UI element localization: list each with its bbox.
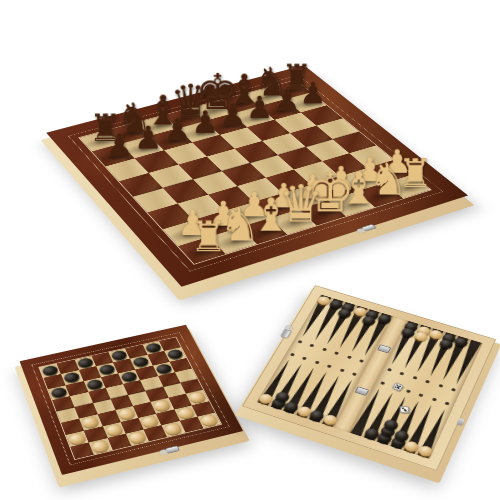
chess-square <box>119 173 163 197</box>
chess-board: ♜♞♝♛♚♝♞♜♟♟♟♟♟♟♟♟♟♟♟♟♟♟♟♟♜♞♝♛♚♝♞♜ <box>46 65 468 287</box>
chess-piece-rook: ♜ <box>190 216 228 258</box>
backgammon-checker-black <box>380 425 397 439</box>
point-marker-dot <box>297 340 302 344</box>
backgammon-checker-tan <box>257 393 274 406</box>
point-marker-dot <box>327 364 332 368</box>
point-marker-dot <box>302 357 307 361</box>
die-pip <box>397 386 400 388</box>
backgammon-board <box>242 285 496 471</box>
backgammon-clasp-icon <box>280 329 292 339</box>
backgammon-checker-black <box>390 436 407 450</box>
checkers-square <box>97 410 120 426</box>
point-marker-dot <box>438 384 443 388</box>
checkers-square <box>48 385 70 400</box>
backgammon-checker-tan <box>403 440 420 454</box>
point-marker-dot <box>352 372 357 376</box>
chess-square: ♜ <box>178 237 226 264</box>
backgammon-point <box>309 374 344 423</box>
chess-piece-pawn: ♟ <box>163 114 191 145</box>
point-marker-dot <box>290 353 295 357</box>
backgammon-point <box>322 378 357 427</box>
chess-piece-pawn: ♟ <box>219 99 247 130</box>
chess-board-frame: ♜♞♝♛♚♝♞♜♟♟♟♟♟♟♟♟♟♟♟♟♟♟♟♟♜♞♝♛♚♝♞♜ <box>46 65 468 287</box>
die-pip <box>394 386 397 388</box>
chess-square <box>206 149 250 172</box>
point-marker-dot <box>432 397 437 401</box>
point-marker-dot <box>309 344 314 348</box>
backgammon-point <box>417 407 450 458</box>
hinge-plate-icon <box>377 344 391 353</box>
die-pip <box>399 385 402 387</box>
checkers-square <box>120 418 143 434</box>
checker-black <box>120 371 138 383</box>
backgammon-checker-black <box>283 401 300 414</box>
backgammon-point <box>377 395 411 445</box>
die-pip <box>405 410 407 412</box>
checkers-square <box>197 412 221 428</box>
point-marker-dot <box>359 359 364 363</box>
backgammon-checker-black <box>383 418 400 431</box>
chess-piece-pawn: ♟ <box>105 129 134 161</box>
die-pip <box>396 384 399 386</box>
point-marker-dot <box>399 372 404 376</box>
point-marker-dot <box>445 402 450 406</box>
point-marker-dot <box>314 360 319 364</box>
backgammon-point <box>296 370 332 418</box>
point-marker-dot <box>451 388 456 392</box>
die-icon <box>392 382 405 391</box>
point-marker-dot <box>380 381 385 385</box>
point-marker-dot <box>412 376 417 380</box>
checker-tan <box>117 408 136 421</box>
backgammon-checker-black <box>270 397 287 410</box>
backgammon-checker-black <box>274 390 291 403</box>
backgammon-point <box>270 362 306 410</box>
backgammon-case-frame <box>242 285 496 471</box>
chess-piece-pawn: ♟ <box>246 92 273 123</box>
checker-black <box>85 378 103 390</box>
checkers-board <box>20 325 244 475</box>
chess-piece-pawn: ♟ <box>273 85 300 115</box>
product-photo-stage: ♜♞♝♛♚♝♞♜♟♟♟♟♟♟♟♟♟♟♟♟♟♟♟♟♜♞♝♛♚♝♞♜ <box>0 0 500 500</box>
hinge-plate-icon <box>355 386 370 396</box>
point-marker-dot <box>387 368 392 372</box>
backgammon-checker-tan <box>321 413 338 426</box>
checker-tan <box>128 431 147 444</box>
backgammon-point <box>364 391 398 441</box>
backgammon-point <box>258 358 294 406</box>
checkers-squares-grid <box>38 337 222 460</box>
point-marker-dot <box>334 351 339 355</box>
point-marker-dot <box>406 389 411 393</box>
die-pip <box>402 407 404 409</box>
backgammon-point <box>350 387 384 437</box>
point-marker-dot <box>339 368 344 372</box>
backgammon-checker-black <box>393 429 410 443</box>
point-marker-dot <box>322 348 327 352</box>
chess-piece-pawn: ♟ <box>191 106 219 137</box>
checker-black <box>50 386 68 398</box>
chess-piece-pawn: ♟ <box>134 122 162 154</box>
checker-tan <box>91 439 110 453</box>
checker-tan <box>164 422 183 435</box>
point-marker-dot <box>347 355 352 359</box>
point-marker-dot <box>419 393 424 397</box>
backgammon-point <box>283 366 319 414</box>
chess-piece-pawn: ♟ <box>299 78 326 108</box>
die-icon <box>400 406 410 414</box>
backgammon-checker-tan <box>296 405 313 418</box>
die-pip <box>403 409 405 411</box>
backgammon-checker-black <box>376 431 393 445</box>
backgammon-checker-black <box>308 409 325 422</box>
checker-tan <box>199 414 218 427</box>
die-pip <box>397 388 400 390</box>
point-marker-dot <box>393 385 398 389</box>
backgammon-checker-tan <box>417 444 434 458</box>
backgammon-checker-black <box>363 427 380 441</box>
backgammon-point <box>404 403 437 454</box>
point-marker-dot <box>425 380 430 384</box>
checkers-square <box>191 401 214 417</box>
backgammon-point <box>390 399 424 450</box>
checkers-square <box>70 392 92 407</box>
checkers-board-frame <box>20 325 244 475</box>
